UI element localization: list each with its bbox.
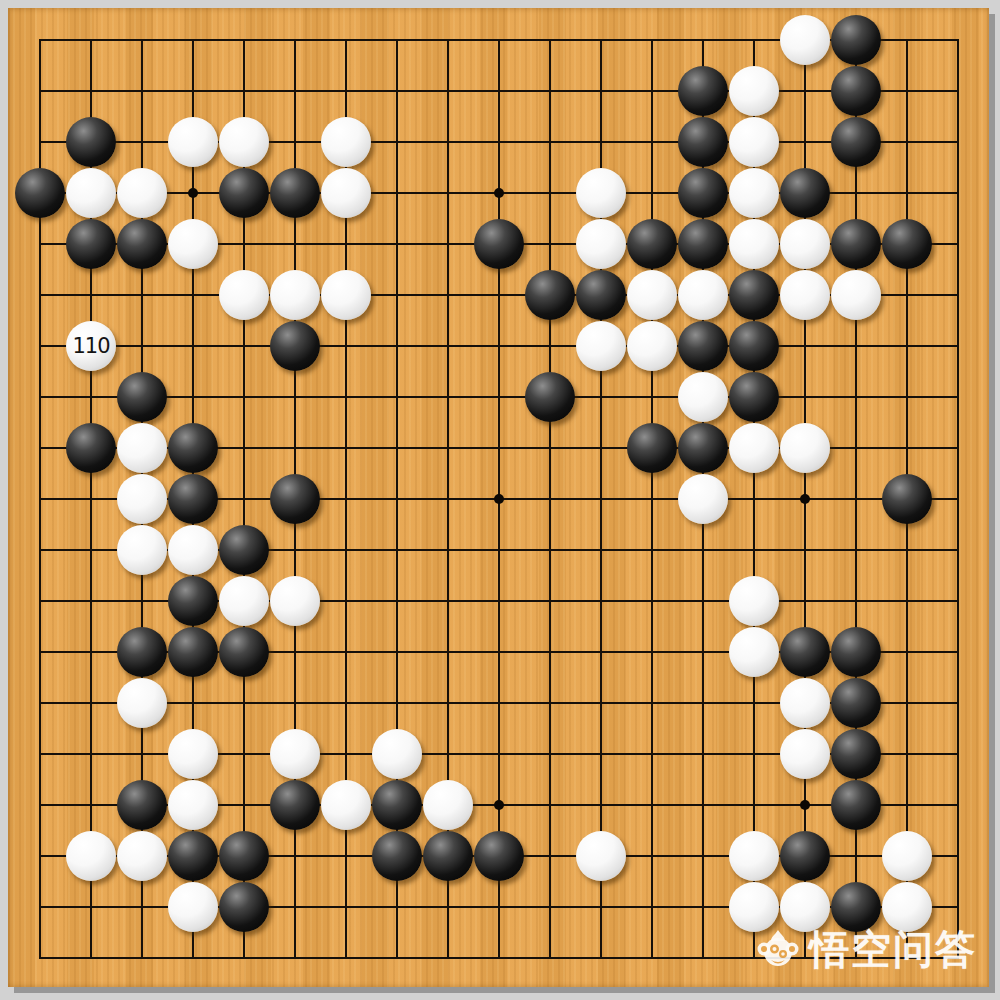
black-stone — [474, 831, 524, 881]
white-stone — [270, 576, 320, 626]
grid-line-vertical — [651, 39, 653, 959]
black-stone — [168, 423, 218, 473]
white-stone — [117, 474, 167, 524]
black-stone — [219, 882, 269, 932]
white-stone — [66, 168, 116, 218]
black-stone — [729, 270, 779, 320]
black-stone — [831, 627, 881, 677]
black-stone — [66, 219, 116, 269]
black-stone — [219, 627, 269, 677]
black-stone — [678, 423, 728, 473]
black-stone — [729, 372, 779, 422]
black-stone — [66, 117, 116, 167]
black-stone — [831, 15, 881, 65]
white-stone — [576, 219, 626, 269]
white-stone — [576, 168, 626, 218]
black-stone — [270, 168, 320, 218]
black-stone — [423, 831, 473, 881]
black-stone — [831, 219, 881, 269]
wukong-monkey-logo-icon — [755, 927, 801, 973]
black-stone — [270, 780, 320, 830]
go-board: 110 悟空问答 — [8, 8, 989, 987]
black-stone — [831, 66, 881, 116]
white-stone — [780, 678, 830, 728]
black-stone — [168, 627, 218, 677]
black-stone — [831, 678, 881, 728]
black-stone — [219, 168, 269, 218]
white-stone — [168, 219, 218, 269]
black-stone — [780, 831, 830, 881]
white-stone — [423, 780, 473, 830]
black-stone — [678, 117, 728, 167]
black-stone — [678, 168, 728, 218]
white-stone — [831, 270, 881, 320]
black-stone — [372, 831, 422, 881]
black-stone — [729, 321, 779, 371]
black-stone — [372, 780, 422, 830]
black-stone — [117, 780, 167, 830]
black-stone — [219, 525, 269, 575]
black-stone — [168, 576, 218, 626]
white-stone — [729, 219, 779, 269]
star-point — [188, 188, 198, 198]
white-stone — [168, 729, 218, 779]
star-point — [494, 800, 504, 810]
white-stone — [780, 270, 830, 320]
white-stone — [270, 729, 320, 779]
white-stone — [168, 117, 218, 167]
black-stone — [117, 372, 167, 422]
grid-line-vertical — [957, 39, 959, 959]
black-stone — [882, 219, 932, 269]
black-stone — [882, 474, 932, 524]
black-stone — [270, 474, 320, 524]
black-stone — [678, 321, 728, 371]
white-stone — [270, 270, 320, 320]
black-stone — [270, 321, 320, 371]
white-stone — [678, 270, 728, 320]
star-point — [800, 494, 810, 504]
white-stone — [117, 423, 167, 473]
white-stone — [780, 423, 830, 473]
grid-line-vertical — [549, 39, 551, 959]
move-number-label: 110 — [66, 321, 116, 371]
black-stone — [474, 219, 524, 269]
black-stone — [576, 270, 626, 320]
black-stone — [525, 270, 575, 320]
white-stone — [66, 831, 116, 881]
white-stone — [576, 321, 626, 371]
white-stone — [168, 525, 218, 575]
white-stone — [627, 321, 677, 371]
white-stone — [321, 117, 371, 167]
star-point — [494, 494, 504, 504]
white-stone — [117, 678, 167, 728]
white-stone — [780, 729, 830, 779]
star-point — [494, 188, 504, 198]
white-stone — [168, 882, 218, 932]
white-stone — [117, 525, 167, 575]
page-background: 110 悟空问答 — [0, 0, 1000, 1000]
white-stone — [729, 117, 779, 167]
white-stone — [219, 117, 269, 167]
white-stone: 110 — [66, 321, 116, 371]
white-stone — [168, 780, 218, 830]
black-stone — [627, 219, 677, 269]
white-stone — [117, 168, 167, 218]
white-stone — [219, 576, 269, 626]
black-stone — [678, 66, 728, 116]
white-stone — [117, 831, 167, 881]
white-stone — [627, 270, 677, 320]
black-stone — [780, 168, 830, 218]
black-stone — [831, 729, 881, 779]
white-stone — [780, 219, 830, 269]
star-point — [800, 800, 810, 810]
white-stone — [729, 66, 779, 116]
white-stone — [729, 627, 779, 677]
white-stone — [729, 831, 779, 881]
black-stone — [219, 831, 269, 881]
black-stone — [168, 474, 218, 524]
white-stone — [729, 168, 779, 218]
white-stone — [729, 576, 779, 626]
white-stone — [678, 372, 728, 422]
white-stone — [321, 168, 371, 218]
white-stone — [780, 15, 830, 65]
black-stone — [627, 423, 677, 473]
white-stone — [729, 423, 779, 473]
black-stone — [525, 372, 575, 422]
watermark-text: 悟空问答 — [809, 922, 977, 977]
black-stone — [168, 831, 218, 881]
white-stone — [678, 474, 728, 524]
black-stone — [780, 627, 830, 677]
black-stone — [831, 780, 881, 830]
white-stone — [321, 780, 371, 830]
black-stone — [66, 423, 116, 473]
black-stone — [831, 117, 881, 167]
white-stone — [576, 831, 626, 881]
white-stone — [219, 270, 269, 320]
white-stone — [321, 270, 371, 320]
black-stone — [15, 168, 65, 218]
white-stone — [882, 831, 932, 881]
watermark: 悟空问答 — [755, 922, 977, 977]
black-stone — [117, 219, 167, 269]
white-stone — [372, 729, 422, 779]
black-stone — [117, 627, 167, 677]
black-stone — [678, 219, 728, 269]
